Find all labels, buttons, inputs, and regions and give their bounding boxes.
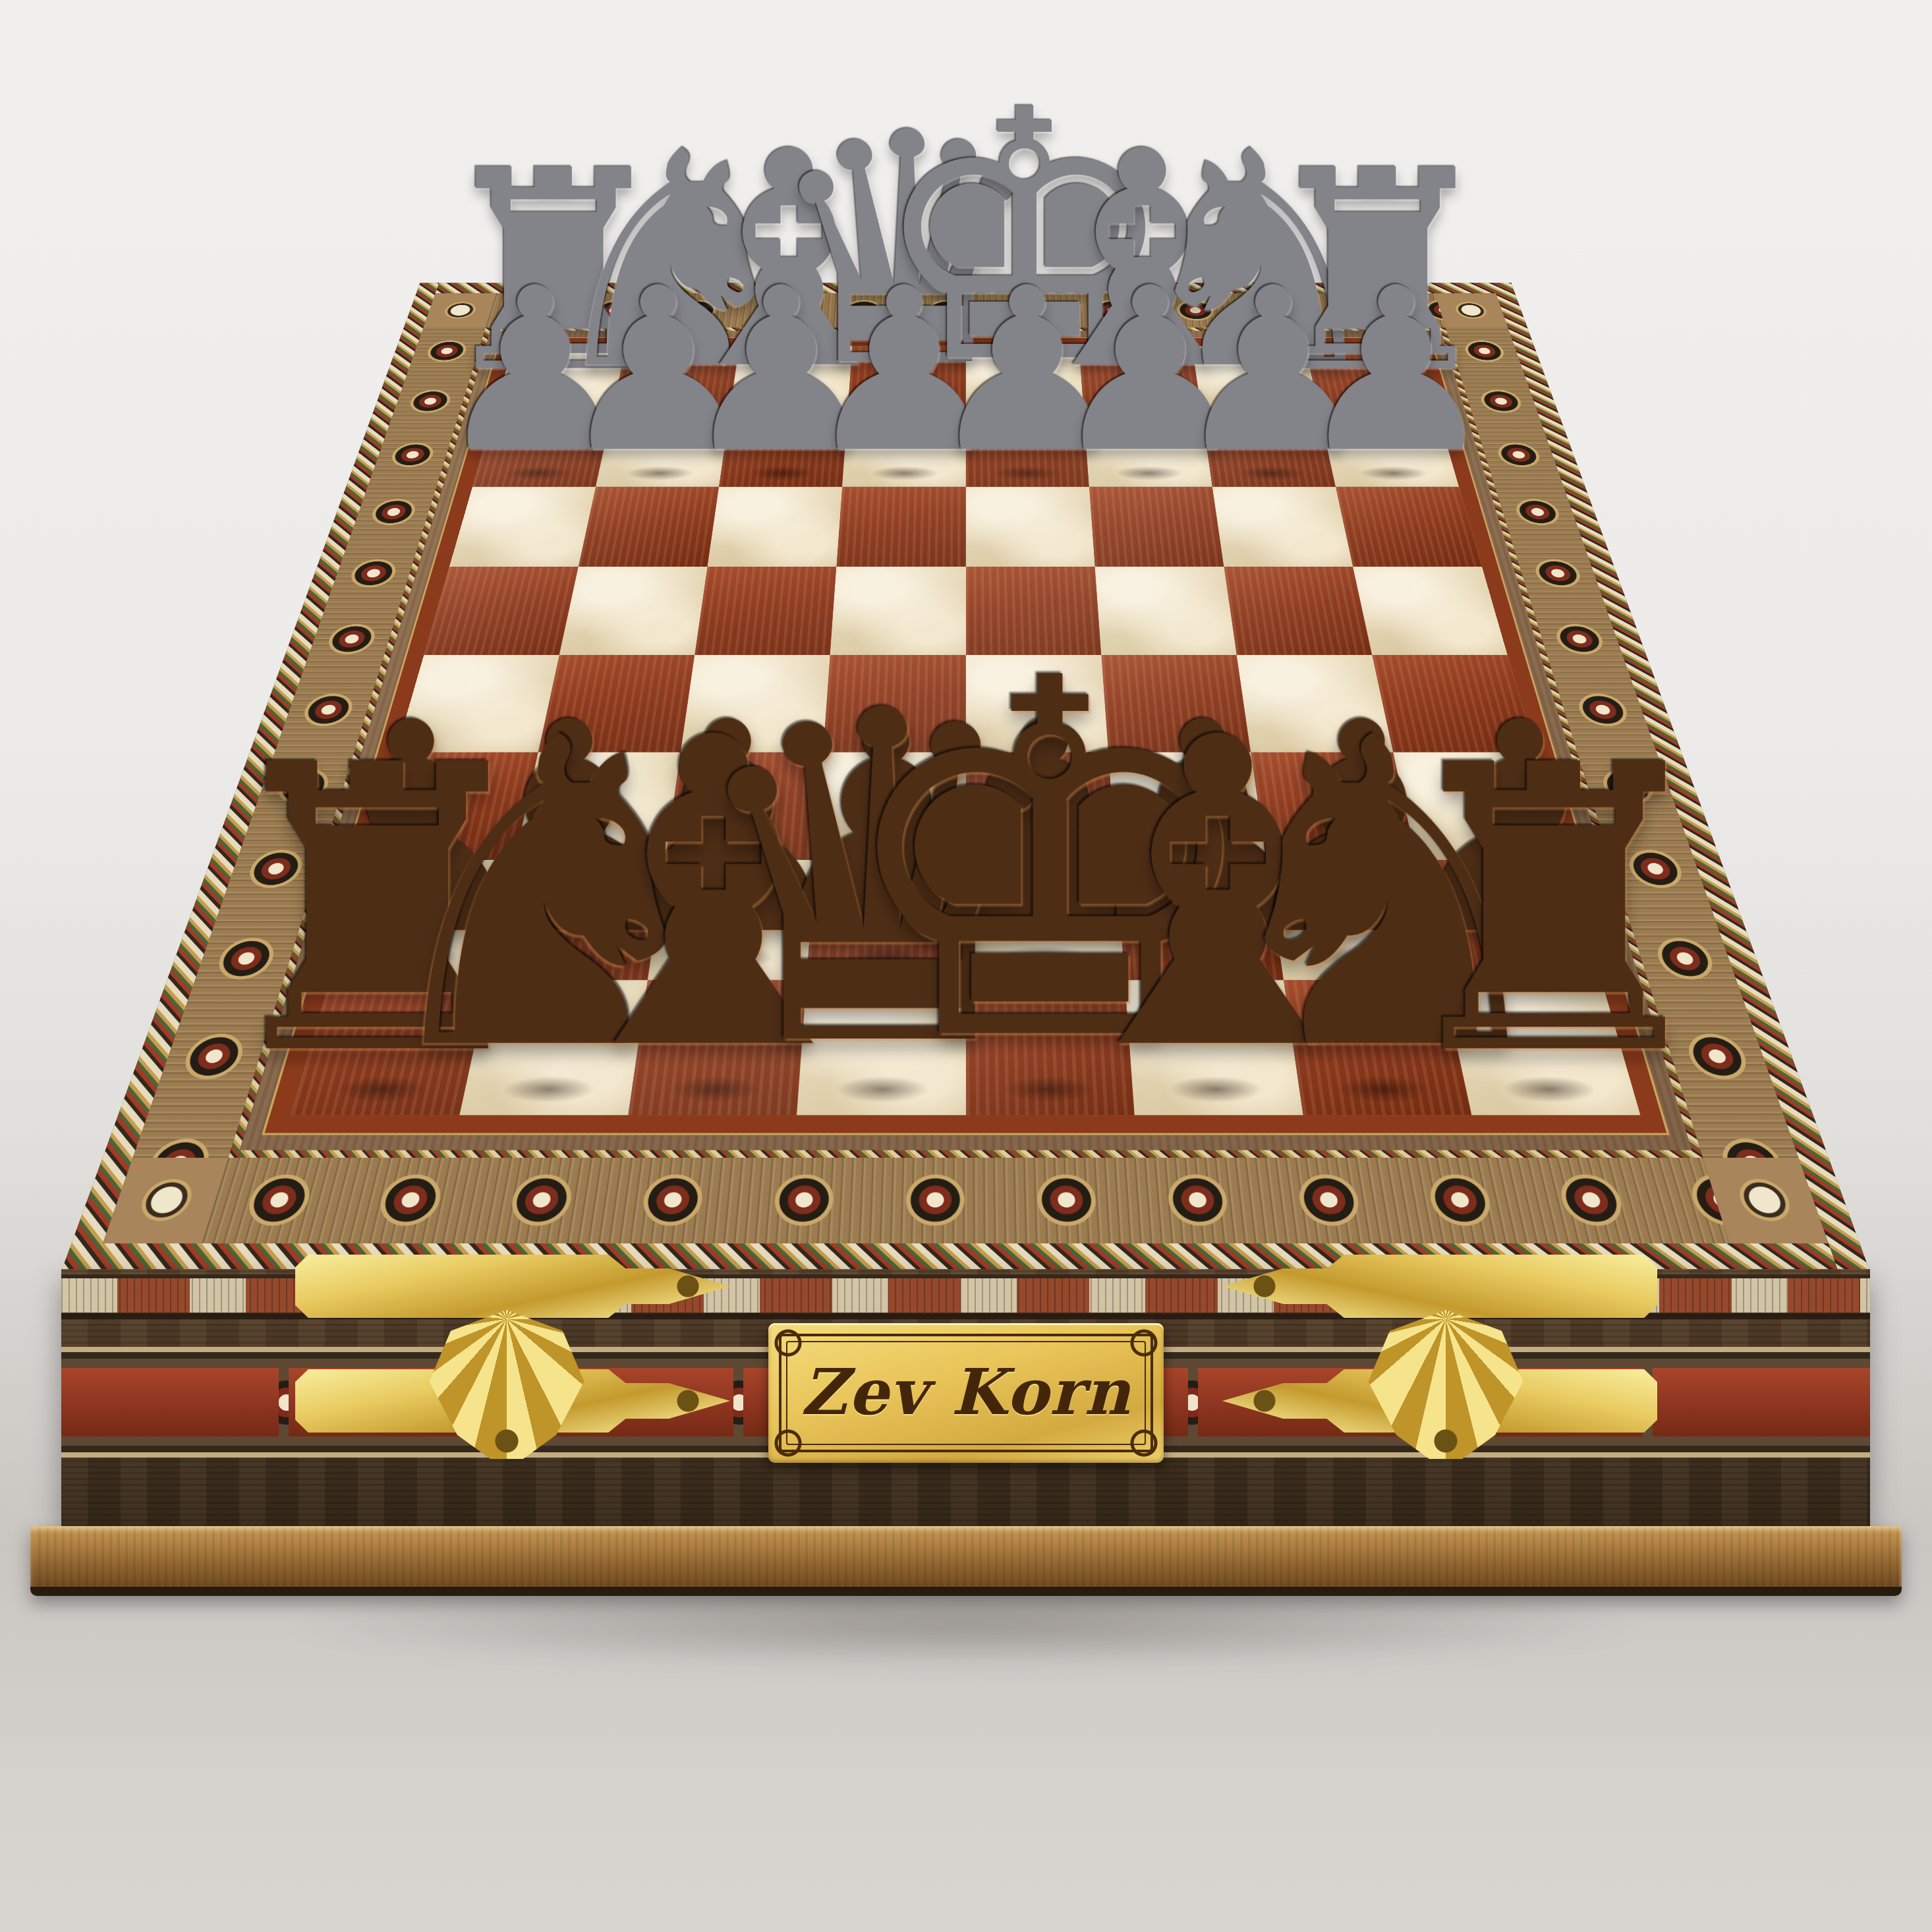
floor-shadow — [12, 1579, 1920, 1697]
piece-copper-rook[interactable]: ♜ — [1378, 715, 1731, 1109]
nameplate-text: Zev Korn — [768, 1323, 1164, 1463]
brass-latch-left — [295, 1247, 743, 1471]
square-c6[interactable] — [708, 487, 843, 567]
square-f6[interactable] — [1089, 487, 1224, 567]
box-front-panel: Zev Korn — [61, 1269, 1870, 1527]
checkerboard: ♜♞♝♛♚♝♞♜♟♟♟♟♟♟♟♟♟♟♟♟♟♟♟♟♜♞♝♛♚♝♞♜ — [291, 346, 1641, 1115]
square-d6[interactable] — [837, 487, 966, 567]
box-base-molding — [30, 1526, 1902, 1596]
square-a6[interactable] — [449, 487, 596, 567]
chess-board-top: ♜♞♝♛♚♝♞♜♟♟♟♟♟♟♟♟♟♟♟♟♟♟♟♟♜♞♝♛♚♝♞♜ — [61, 283, 1870, 1272]
square-h1[interactable]: ♜ — [1442, 980, 1640, 1115]
square-h5[interactable] — [1353, 567, 1507, 655]
square-g6[interactable] — [1212, 487, 1353, 567]
brass-latch-right — [1209, 1247, 1657, 1471]
square-e6[interactable] — [966, 487, 1095, 567]
nameplate: Zev Korn — [768, 1323, 1164, 1463]
latch-shell-clasp — [424, 1310, 589, 1459]
latch-shell-clasp — [1363, 1310, 1528, 1459]
piece-silver-pawn[interactable]: ♟ — [1295, 258, 1497, 484]
square-a5[interactable] — [424, 567, 578, 655]
square-h6[interactable] — [1336, 487, 1482, 567]
square-h7[interactable]: ♟ — [1320, 413, 1459, 486]
latch-strap-upper — [1222, 1255, 1657, 1318]
scene: ♜♞♝♛♚♝♞♜♟♟♟♟♟♟♟♟♟♟♟♟♟♟♟♟♜♞♝♛♚♝♞♜ Zev Kor… — [0, 0, 1932, 1932]
square-b6[interactable] — [579, 487, 719, 567]
latch-strap-upper — [295, 1255, 730, 1318]
